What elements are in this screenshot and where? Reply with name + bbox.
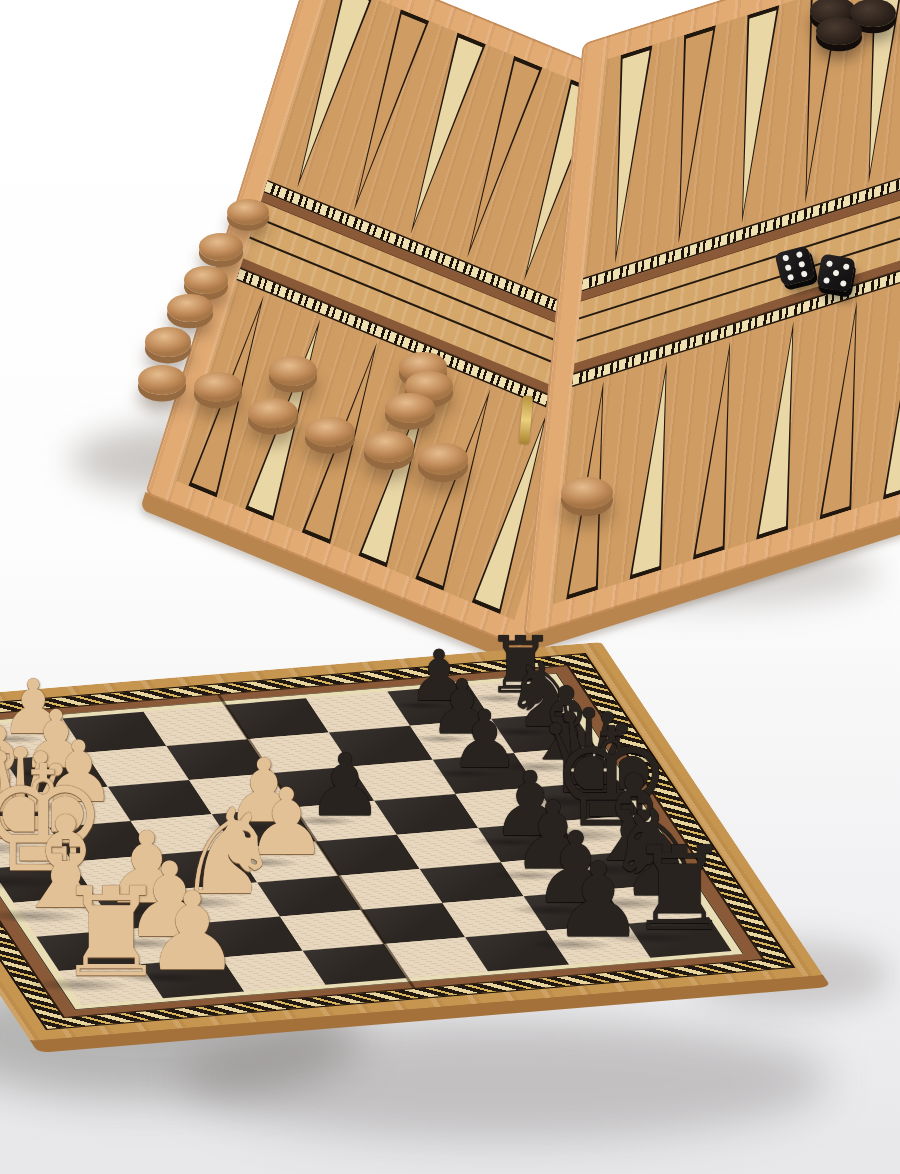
backgammon-right-half [550,0,900,605]
far-point-3 [710,0,795,238]
soft-shadow [180,1020,830,1140]
far-point-2 [646,20,731,258]
near-point-4 [740,307,825,545]
near-point-2 [614,347,699,585]
near-point-5 [804,287,889,525]
far-point-4 [773,0,858,218]
near-point-3 [677,327,762,565]
backgammon-checker-light-5 [145,327,192,356]
far-point-5 [837,0,900,198]
near-point-6 [867,267,900,505]
photo-scene: ♜♞♝♛♚♝♞♜♟♟♟♟♟♟♟♟♟♟♞♟♟♟♟♟♟♜♞♝♛♚♝♜ [0,0,900,1174]
chessboard [0,678,732,1005]
